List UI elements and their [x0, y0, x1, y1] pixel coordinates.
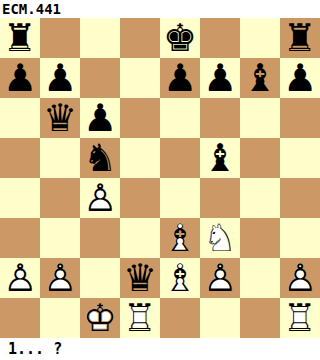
square-g2[interactable] — [240, 258, 280, 298]
square-g3[interactable] — [240, 218, 280, 258]
piece-black-bishop[interactable]: ♝ — [200, 138, 240, 178]
piece-black-pawn[interactable]: ♟ — [0, 58, 40, 98]
square-g6[interactable] — [240, 98, 280, 138]
square-a2[interactable]: ♟♙ — [0, 258, 40, 298]
square-c8[interactable] — [80, 18, 120, 58]
piece-white-bishop[interactable]: ♝♗ — [160, 218, 200, 258]
piece-white-pawn[interactable]: ♟♙ — [40, 258, 80, 298]
piece-white-pawn[interactable]: ♟♙ — [280, 258, 320, 298]
square-h2[interactable]: ♟♙ — [280, 258, 320, 298]
white-piece-outline: ♙ — [200, 258, 240, 298]
square-d8[interactable] — [120, 18, 160, 58]
chess-board: ♜♚♜♟♟♟♟♝♟♛♟♞♝♟♙♝♗♞♘♟♙♟♙♛♝♗♟♙♟♙♚♔♜♖♜♖ — [0, 18, 320, 338]
square-h1[interactable]: ♜♖ — [280, 298, 320, 338]
square-d3[interactable] — [120, 218, 160, 258]
piece-black-queen[interactable]: ♛ — [120, 258, 160, 298]
white-piece-outline: ♖ — [280, 298, 320, 338]
piece-black-pawn[interactable]: ♟ — [160, 58, 200, 98]
piece-white-pawn[interactable]: ♟♙ — [0, 258, 40, 298]
square-b2[interactable]: ♟♙ — [40, 258, 80, 298]
piece-white-knight[interactable]: ♞♘ — [200, 218, 240, 258]
square-b4[interactable] — [40, 178, 80, 218]
square-c7[interactable] — [80, 58, 120, 98]
square-e7[interactable]: ♟ — [160, 58, 200, 98]
square-d6[interactable] — [120, 98, 160, 138]
square-f5[interactable]: ♝ — [200, 138, 240, 178]
square-b3[interactable] — [40, 218, 80, 258]
square-h8[interactable]: ♜ — [280, 18, 320, 58]
white-piece-outline: ♖ — [120, 298, 160, 338]
square-b7[interactable]: ♟ — [40, 58, 80, 98]
square-e6[interactable] — [160, 98, 200, 138]
piece-white-rook[interactable]: ♜♖ — [280, 298, 320, 338]
piece-black-pawn[interactable]: ♟ — [200, 58, 240, 98]
square-a1[interactable] — [0, 298, 40, 338]
square-e2[interactable]: ♝♗ — [160, 258, 200, 298]
piece-black-queen[interactable]: ♛ — [40, 98, 80, 138]
white-piece-outline: ♙ — [280, 258, 320, 298]
square-h3[interactable] — [280, 218, 320, 258]
square-h6[interactable] — [280, 98, 320, 138]
piece-black-rook[interactable]: ♜ — [280, 18, 320, 58]
square-b8[interactable] — [40, 18, 80, 58]
white-piece-outline: ♙ — [40, 258, 80, 298]
square-a5[interactable] — [0, 138, 40, 178]
square-c5[interactable]: ♞ — [80, 138, 120, 178]
square-g8[interactable] — [240, 18, 280, 58]
piece-black-king[interactable]: ♚ — [160, 18, 200, 58]
square-a6[interactable] — [0, 98, 40, 138]
square-e5[interactable] — [160, 138, 200, 178]
square-c4[interactable]: ♟♙ — [80, 178, 120, 218]
square-c2[interactable] — [80, 258, 120, 298]
square-a8[interactable]: ♜ — [0, 18, 40, 58]
square-d4[interactable] — [120, 178, 160, 218]
white-piece-outline: ♗ — [160, 218, 200, 258]
white-piece-outline: ♘ — [200, 218, 240, 258]
square-b5[interactable] — [40, 138, 80, 178]
square-h4[interactable] — [280, 178, 320, 218]
square-f6[interactable] — [200, 98, 240, 138]
square-g4[interactable] — [240, 178, 280, 218]
square-g7[interactable]: ♝ — [240, 58, 280, 98]
square-e4[interactable] — [160, 178, 200, 218]
square-f1[interactable] — [200, 298, 240, 338]
square-a4[interactable] — [0, 178, 40, 218]
square-g1[interactable] — [240, 298, 280, 338]
piece-white-bishop[interactable]: ♝♗ — [160, 258, 200, 298]
square-e8[interactable]: ♚ — [160, 18, 200, 58]
piece-white-king[interactable]: ♚♔ — [80, 298, 120, 338]
square-f8[interactable] — [200, 18, 240, 58]
move-prompt: 1... ? — [0, 338, 320, 360]
square-a7[interactable]: ♟ — [0, 58, 40, 98]
piece-white-pawn[interactable]: ♟♙ — [200, 258, 240, 298]
square-b6[interactable]: ♛ — [40, 98, 80, 138]
white-piece-outline: ♗ — [160, 258, 200, 298]
white-piece-outline: ♙ — [0, 258, 40, 298]
square-c6[interactable]: ♟ — [80, 98, 120, 138]
square-f3[interactable]: ♞♘ — [200, 218, 240, 258]
white-piece-outline: ♔ — [80, 298, 120, 338]
square-e1[interactable] — [160, 298, 200, 338]
piece-black-pawn[interactable]: ♟ — [280, 58, 320, 98]
square-h7[interactable]: ♟ — [280, 58, 320, 98]
square-b1[interactable] — [40, 298, 80, 338]
square-h5[interactable] — [280, 138, 320, 178]
square-d2[interactable]: ♛ — [120, 258, 160, 298]
square-e3[interactable]: ♝♗ — [160, 218, 200, 258]
square-d1[interactable]: ♜♖ — [120, 298, 160, 338]
white-piece-outline: ♙ — [80, 178, 120, 218]
square-c1[interactable]: ♚♔ — [80, 298, 120, 338]
puzzle-title: ECM.441 — [0, 0, 320, 18]
square-f4[interactable] — [200, 178, 240, 218]
square-d5[interactable] — [120, 138, 160, 178]
square-f7[interactable]: ♟ — [200, 58, 240, 98]
square-c3[interactable] — [80, 218, 120, 258]
square-d7[interactable] — [120, 58, 160, 98]
piece-black-pawn[interactable]: ♟ — [80, 98, 120, 138]
piece-black-knight[interactable]: ♞ — [80, 138, 120, 178]
piece-white-pawn[interactable]: ♟♙ — [80, 178, 120, 218]
square-a3[interactable] — [0, 218, 40, 258]
piece-black-rook[interactable]: ♜ — [0, 18, 40, 58]
square-g5[interactable] — [240, 138, 280, 178]
piece-black-pawn[interactable]: ♟ — [40, 58, 80, 98]
square-f2[interactable]: ♟♙ — [200, 258, 240, 298]
piece-black-bishop[interactable]: ♝ — [240, 58, 280, 98]
piece-white-rook[interactable]: ♜♖ — [120, 298, 160, 338]
